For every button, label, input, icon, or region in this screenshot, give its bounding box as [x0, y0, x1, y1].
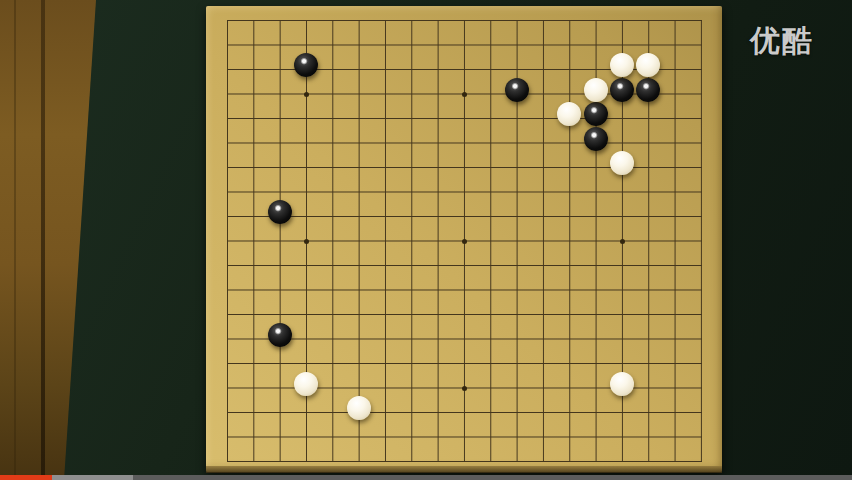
- board-edge-shadow: [206, 466, 722, 473]
- progress-played[interactable]: [0, 475, 52, 480]
- black-stone[interactable]: [584, 127, 608, 151]
- white-stone[interactable]: [636, 53, 660, 77]
- progress-track[interactable]: [133, 475, 852, 480]
- star-point: [462, 92, 467, 97]
- progress-buffered[interactable]: [52, 475, 133, 480]
- white-stone[interactable]: [294, 372, 318, 396]
- black-stone[interactable]: [294, 53, 318, 77]
- go-board-grid: [227, 20, 702, 462]
- black-stone[interactable]: [268, 200, 292, 224]
- floor-plank-seam: [14, 0, 16, 480]
- black-stone[interactable]: [636, 78, 660, 102]
- white-stone[interactable]: [610, 53, 634, 77]
- star-point: [462, 386, 467, 391]
- go-board: [206, 6, 722, 472]
- white-stone[interactable]: [557, 102, 581, 126]
- black-stone[interactable]: [505, 78, 529, 102]
- star-point: [304, 239, 309, 244]
- white-stone[interactable]: [610, 372, 634, 396]
- video-frame: 优酷: [0, 0, 852, 480]
- white-stone[interactable]: [347, 396, 371, 420]
- star-point: [304, 92, 309, 97]
- black-stone[interactable]: [584, 102, 608, 126]
- star-point: [462, 239, 467, 244]
- youku-watermark: 优酷: [750, 21, 850, 62]
- white-stone[interactable]: [584, 78, 608, 102]
- star-point: [620, 239, 625, 244]
- video-progress-bar[interactable]: [0, 475, 852, 480]
- floor-plank-seam: [41, 0, 45, 480]
- black-stone[interactable]: [268, 323, 292, 347]
- black-stone[interactable]: [610, 78, 634, 102]
- white-stone[interactable]: [610, 151, 634, 175]
